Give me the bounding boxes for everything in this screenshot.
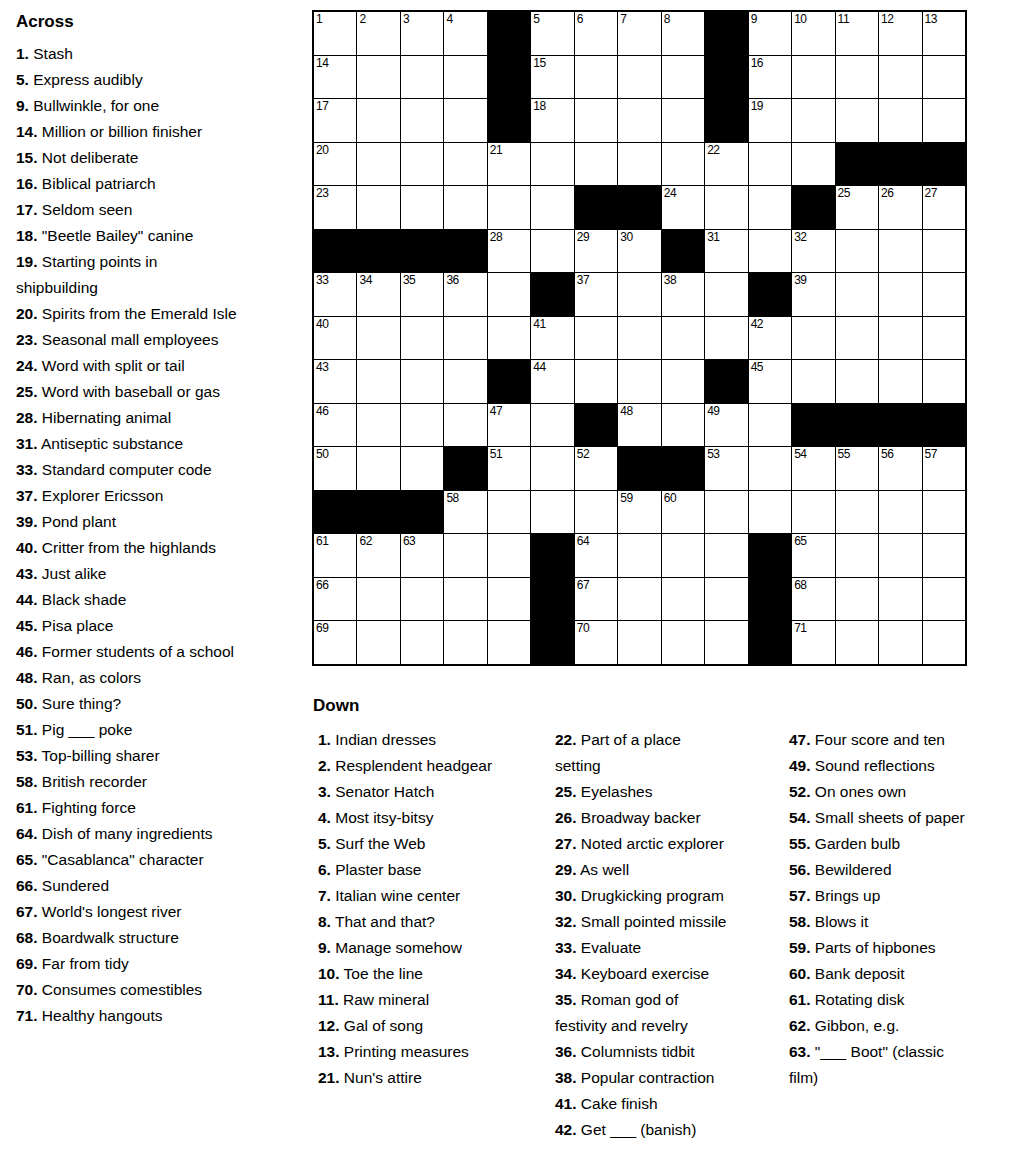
clue-number: 54. bbox=[789, 809, 811, 826]
clue-item: 46. Former students of a school bbox=[16, 639, 316, 665]
clue-number: 10. bbox=[318, 965, 340, 982]
grid-cell[interactable] bbox=[749, 143, 791, 186]
clue-item: 5. Surf the Web bbox=[318, 831, 546, 857]
grid-cell[interactable]: 28 bbox=[488, 230, 530, 273]
grid-cell[interactable] bbox=[401, 447, 443, 490]
grid-cell[interactable]: 45 bbox=[749, 360, 791, 403]
grid-cell[interactable] bbox=[923, 99, 965, 142]
grid-cell[interactable]: 29 bbox=[575, 230, 617, 273]
grid-cell[interactable] bbox=[705, 186, 747, 229]
grid-cell[interactable]: 14 bbox=[314, 56, 356, 99]
grid-cell[interactable] bbox=[618, 99, 660, 142]
clue-item: 67. World's longest river bbox=[16, 899, 316, 925]
grid-cell[interactable]: 32 bbox=[792, 230, 834, 273]
grid-cell[interactable] bbox=[444, 56, 486, 99]
clue-number: 40. bbox=[16, 539, 38, 556]
grid-cell[interactable]: 64 bbox=[575, 534, 617, 577]
black-cell bbox=[705, 360, 747, 403]
grid-cell[interactable] bbox=[401, 56, 443, 99]
grid-cell[interactable] bbox=[836, 621, 878, 664]
grid-cell[interactable] bbox=[923, 621, 965, 664]
grid-cell[interactable]: 12 bbox=[879, 12, 921, 55]
black-cell bbox=[531, 534, 573, 577]
grid-cell[interactable]: 70 bbox=[575, 621, 617, 664]
grid-cell[interactable] bbox=[836, 273, 878, 316]
grid-cell[interactable] bbox=[618, 143, 660, 186]
grid-cell[interactable]: 66 bbox=[314, 578, 356, 621]
grid-cell[interactable]: 71 bbox=[792, 621, 834, 664]
clue-number: 38. bbox=[555, 1069, 577, 1086]
grid-cell[interactable] bbox=[923, 230, 965, 273]
grid-cell[interactable] bbox=[836, 230, 878, 273]
grid-cell[interactable] bbox=[923, 56, 965, 99]
grid-cell[interactable] bbox=[488, 317, 530, 360]
cell-number: 33 bbox=[316, 273, 328, 287]
clue-number: 26. bbox=[555, 809, 577, 826]
cell-number: 14 bbox=[316, 56, 328, 70]
cell-number: 18 bbox=[533, 99, 545, 113]
clue-number: 14. bbox=[16, 123, 38, 140]
grid-cell[interactable]: 1 bbox=[314, 12, 356, 55]
grid-cell[interactable] bbox=[618, 317, 660, 360]
grid-cell[interactable] bbox=[792, 143, 834, 186]
grid-cell[interactable] bbox=[879, 230, 921, 273]
grid-cell[interactable] bbox=[357, 143, 399, 186]
cell-number: 51 bbox=[490, 447, 502, 461]
grid-cell[interactable] bbox=[357, 621, 399, 664]
grid-cell[interactable]: 41 bbox=[531, 317, 573, 360]
grid-cell[interactable] bbox=[749, 230, 791, 273]
grid-cell[interactable] bbox=[575, 99, 617, 142]
grid-cell[interactable] bbox=[879, 317, 921, 360]
grid-cell[interactable] bbox=[618, 621, 660, 664]
grid-cell[interactable]: 39 bbox=[792, 273, 834, 316]
cell-number: 52 bbox=[577, 447, 589, 461]
grid-cell[interactable] bbox=[879, 273, 921, 316]
grid-cell[interactable]: 17 bbox=[314, 99, 356, 142]
black-cell bbox=[792, 186, 834, 229]
cell-number: 60 bbox=[664, 491, 676, 505]
grid-cell[interactable]: 50 bbox=[314, 447, 356, 490]
black-cell bbox=[314, 491, 356, 534]
grid-cell[interactable] bbox=[749, 447, 791, 490]
clue-number: 32. bbox=[555, 913, 577, 930]
grid-cell[interactable] bbox=[705, 621, 747, 664]
grid-cell[interactable] bbox=[836, 360, 878, 403]
grid-cell[interactable]: 21 bbox=[488, 143, 530, 186]
clue-item: 4. Most itsy-bitsy bbox=[318, 805, 546, 831]
clue-number: 12. bbox=[318, 1017, 340, 1034]
grid-cell[interactable] bbox=[836, 534, 878, 577]
grid-cell[interactable]: 15 bbox=[531, 56, 573, 99]
grid-cell[interactable]: 30 bbox=[618, 230, 660, 273]
grid-cell[interactable]: 63 bbox=[401, 534, 443, 577]
black-cell bbox=[314, 230, 356, 273]
black-cell bbox=[401, 230, 443, 273]
grid-cell[interactable]: 69 bbox=[314, 621, 356, 664]
clue-item: 64. Dish of many ingredients bbox=[16, 821, 316, 847]
grid-cell[interactable]: 27 bbox=[923, 186, 965, 229]
grid-cell[interactable] bbox=[662, 317, 704, 360]
grid-cell[interactable]: 61 bbox=[314, 534, 356, 577]
cell-number: 44 bbox=[533, 360, 545, 374]
grid-cell[interactable]: 25 bbox=[836, 186, 878, 229]
grid-cell[interactable] bbox=[923, 273, 965, 316]
grid-cell[interactable]: 13 bbox=[923, 12, 965, 55]
grid-cell[interactable] bbox=[705, 578, 747, 621]
down-header: Down bbox=[313, 696, 359, 716]
across-clue-list: 1. Stash5. Express audibly9. Bullwinkle,… bbox=[16, 41, 316, 1029]
grid-cell[interactable] bbox=[879, 360, 921, 403]
grid-cell[interactable] bbox=[879, 491, 921, 534]
grid-cell[interactable] bbox=[705, 273, 747, 316]
clue-number: 20. bbox=[16, 305, 38, 322]
grid-cell[interactable] bbox=[531, 186, 573, 229]
grid-cell[interactable] bbox=[792, 56, 834, 99]
grid-cell[interactable] bbox=[923, 491, 965, 534]
grid-cell[interactable] bbox=[662, 578, 704, 621]
grid-cell[interactable]: 5 bbox=[531, 12, 573, 55]
grid-cell[interactable]: 19 bbox=[749, 99, 791, 142]
clue-item: 58. Blows it bbox=[789, 909, 1014, 935]
grid-cell[interactable] bbox=[618, 360, 660, 403]
grid-cell[interactable] bbox=[879, 56, 921, 99]
clue-number: 52. bbox=[789, 783, 811, 800]
grid-cell[interactable]: 23 bbox=[314, 186, 356, 229]
grid-cell[interactable]: 38 bbox=[662, 273, 704, 316]
grid-cell[interactable] bbox=[401, 317, 443, 360]
grid-cell[interactable] bbox=[618, 534, 660, 577]
grid-cell[interactable] bbox=[444, 360, 486, 403]
clue-item: 18. "Beetle Bailey" canine bbox=[16, 223, 316, 249]
grid-cell[interactable]: 65 bbox=[792, 534, 834, 577]
clue-item: 44. Black shade bbox=[16, 587, 316, 613]
grid-cell[interactable] bbox=[357, 317, 399, 360]
clue-item: 62. Gibbon, e.g. bbox=[789, 1013, 1014, 1039]
grid-cell[interactable] bbox=[401, 621, 443, 664]
grid-cell[interactable]: 68 bbox=[792, 578, 834, 621]
grid-cell[interactable]: 52 bbox=[575, 447, 617, 490]
grid-cell[interactable] bbox=[488, 273, 530, 316]
black-cell bbox=[444, 447, 486, 490]
grid-cell[interactable]: 9 bbox=[749, 12, 791, 55]
clue-item: 23. Seasonal mall employees bbox=[16, 327, 316, 353]
grid-cell[interactable] bbox=[879, 621, 921, 664]
grid-cell[interactable]: 35 bbox=[401, 273, 443, 316]
clue-item: 33. Standard computer code bbox=[16, 457, 316, 483]
grid-cell[interactable] bbox=[444, 143, 486, 186]
grid-cell[interactable] bbox=[444, 404, 486, 447]
cell-number: 6 bbox=[577, 12, 583, 26]
grid-cell[interactable]: 43 bbox=[314, 360, 356, 403]
grid-cell[interactable] bbox=[401, 99, 443, 142]
grid-cell[interactable]: 46 bbox=[314, 404, 356, 447]
clue-number: 66. bbox=[16, 877, 38, 894]
cell-number: 10 bbox=[794, 12, 806, 26]
grid-cell[interactable]: 6 bbox=[575, 12, 617, 55]
clue-item: 40. Critter from the highlands bbox=[16, 535, 316, 561]
clue-item: 45. Pisa place bbox=[16, 613, 316, 639]
grid-cell[interactable] bbox=[531, 491, 573, 534]
grid-cell[interactable]: 22 bbox=[705, 143, 747, 186]
grid-cell[interactable] bbox=[575, 360, 617, 403]
grid-cell[interactable] bbox=[923, 534, 965, 577]
grid-cell[interactable] bbox=[401, 143, 443, 186]
grid-cell[interactable]: 53 bbox=[705, 447, 747, 490]
grid-cell[interactable]: 10 bbox=[792, 12, 834, 55]
grid-cell[interactable] bbox=[662, 404, 704, 447]
grid-cell[interactable]: 60 bbox=[662, 491, 704, 534]
grid-cell[interactable]: 2 bbox=[357, 12, 399, 55]
grid-cell[interactable] bbox=[531, 447, 573, 490]
grid-cell[interactable] bbox=[575, 491, 617, 534]
cell-number: 24 bbox=[664, 186, 676, 200]
clue-number: 60. bbox=[789, 965, 811, 982]
grid-cell[interactable]: 49 bbox=[705, 404, 747, 447]
clue-item: 34. Keyboard exercise bbox=[555, 961, 773, 987]
black-cell bbox=[618, 447, 660, 490]
grid-cell[interactable] bbox=[836, 99, 878, 142]
grid-cell[interactable] bbox=[662, 99, 704, 142]
clue-number: 67. bbox=[16, 903, 38, 920]
clue-number: 1. bbox=[16, 45, 29, 62]
grid-cell[interactable] bbox=[357, 360, 399, 403]
cell-number: 21 bbox=[490, 143, 502, 157]
grid-cell[interactable] bbox=[531, 230, 573, 273]
clue-item: 39. Pond plant bbox=[16, 509, 316, 535]
grid-cell[interactable] bbox=[923, 578, 965, 621]
grid-cell[interactable]: 36 bbox=[444, 273, 486, 316]
grid-cell[interactable] bbox=[749, 404, 791, 447]
clue-number: 42. bbox=[555, 1121, 577, 1138]
clue-item: 24. Word with split or tail bbox=[16, 353, 316, 379]
grid-cell[interactable] bbox=[705, 491, 747, 534]
grid-cell[interactable]: 18 bbox=[531, 99, 573, 142]
grid-cell[interactable] bbox=[662, 360, 704, 403]
clue-item: 63. "___ Boot" (classic film) bbox=[789, 1039, 1014, 1091]
black-cell bbox=[357, 491, 399, 534]
clue-item: 15. Not deliberate bbox=[16, 145, 316, 171]
across-header: Across bbox=[16, 12, 316, 32]
grid-cell[interactable]: 57 bbox=[923, 447, 965, 490]
grid-cell[interactable]: 59 bbox=[618, 491, 660, 534]
grid-cell[interactable] bbox=[401, 404, 443, 447]
clue-number: 15. bbox=[16, 149, 38, 166]
cell-number: 50 bbox=[316, 447, 328, 461]
grid-cell[interactable] bbox=[357, 404, 399, 447]
clue-number: 51. bbox=[16, 721, 38, 738]
grid-cell[interactable] bbox=[836, 56, 878, 99]
grid-cell[interactable]: 31 bbox=[705, 230, 747, 273]
grid-cell[interactable]: 48 bbox=[618, 404, 660, 447]
grid-cell[interactable] bbox=[575, 56, 617, 99]
grid-cell[interactable] bbox=[749, 491, 791, 534]
grid-cell[interactable] bbox=[879, 99, 921, 142]
grid-cell[interactable] bbox=[662, 621, 704, 664]
clue-item: 56. Bewildered bbox=[789, 857, 1014, 883]
grid-cell[interactable] bbox=[488, 534, 530, 577]
grid-cell[interactable] bbox=[488, 578, 530, 621]
clue-number: 63. bbox=[789, 1043, 811, 1060]
grid-cell[interactable]: 34 bbox=[357, 273, 399, 316]
black-cell bbox=[531, 621, 573, 664]
cell-number: 27 bbox=[925, 186, 937, 200]
cell-number: 26 bbox=[881, 186, 893, 200]
grid-cell[interactable]: 67 bbox=[575, 578, 617, 621]
grid-cell[interactable]: 47 bbox=[488, 404, 530, 447]
clue-number: 57. bbox=[789, 887, 811, 904]
cell-number: 42 bbox=[751, 317, 763, 331]
grid-cell[interactable] bbox=[575, 317, 617, 360]
clue-number: 50. bbox=[16, 695, 38, 712]
grid-cell[interactable]: 24 bbox=[662, 186, 704, 229]
clue-number: 21. bbox=[318, 1069, 340, 1086]
grid-cell[interactable] bbox=[836, 578, 878, 621]
clue-item: 12. Gal of song bbox=[318, 1013, 546, 1039]
grid-cell[interactable] bbox=[792, 317, 834, 360]
grid-cell[interactable]: 58 bbox=[444, 491, 486, 534]
clue-item: 14. Million or billion finisher bbox=[16, 119, 316, 145]
grid-cell[interactable]: 37 bbox=[575, 273, 617, 316]
grid-cell[interactable]: 3 bbox=[401, 12, 443, 55]
clue-number: 43. bbox=[16, 565, 38, 582]
clue-number: 1. bbox=[318, 731, 331, 748]
grid-cell[interactable] bbox=[531, 404, 573, 447]
grid-cell[interactable]: 56 bbox=[879, 447, 921, 490]
cell-number: 66 bbox=[316, 578, 328, 592]
clue-item: 51. Pig ___ poke bbox=[16, 717, 316, 743]
grid-cell[interactable] bbox=[662, 534, 704, 577]
clue-number: 65. bbox=[16, 851, 38, 868]
black-cell bbox=[662, 230, 704, 273]
grid-cell[interactable] bbox=[879, 534, 921, 577]
grid-cell[interactable]: 8 bbox=[662, 12, 704, 55]
grid-cell[interactable] bbox=[401, 186, 443, 229]
grid-cell[interactable] bbox=[444, 186, 486, 229]
grid-cell[interactable] bbox=[357, 447, 399, 490]
black-cell bbox=[444, 230, 486, 273]
cell-number: 4 bbox=[446, 12, 452, 26]
clue-item: 58. British recorder bbox=[16, 769, 316, 795]
grid-cell[interactable] bbox=[879, 578, 921, 621]
clue-item: 52. On ones own bbox=[789, 779, 1014, 805]
black-cell bbox=[357, 230, 399, 273]
clue-number: 33. bbox=[16, 461, 38, 478]
grid-cell[interactable]: 33 bbox=[314, 273, 356, 316]
cell-number: 45 bbox=[751, 360, 763, 374]
grid-cell[interactable] bbox=[357, 578, 399, 621]
grid-cell[interactable] bbox=[792, 360, 834, 403]
cell-number: 37 bbox=[577, 273, 589, 287]
grid-cell[interactable] bbox=[444, 99, 486, 142]
grid-cell[interactable] bbox=[618, 273, 660, 316]
cell-number: 31 bbox=[707, 230, 719, 244]
grid-cell[interactable] bbox=[357, 99, 399, 142]
grid-cell[interactable]: 54 bbox=[792, 447, 834, 490]
black-cell bbox=[488, 360, 530, 403]
clue-number: 70. bbox=[16, 981, 38, 998]
grid-cell[interactable]: 42 bbox=[749, 317, 791, 360]
grid-cell[interactable] bbox=[444, 534, 486, 577]
grid-cell[interactable]: 62 bbox=[357, 534, 399, 577]
cell-number: 54 bbox=[794, 447, 806, 461]
grid-cell[interactable]: 16 bbox=[749, 56, 791, 99]
grid-cell[interactable]: 4 bbox=[444, 12, 486, 55]
grid-cell[interactable] bbox=[705, 317, 747, 360]
clue-number: 9. bbox=[318, 939, 331, 956]
grid-cell[interactable] bbox=[705, 534, 747, 577]
grid-cell[interactable] bbox=[357, 56, 399, 99]
cell-number: 20 bbox=[316, 143, 328, 157]
black-cell bbox=[879, 143, 921, 186]
black-cell bbox=[705, 56, 747, 99]
grid-cell[interactable] bbox=[401, 360, 443, 403]
clue-number: 41. bbox=[555, 1095, 577, 1112]
grid-cell[interactable] bbox=[444, 317, 486, 360]
black-cell bbox=[575, 186, 617, 229]
grid-cell[interactable] bbox=[662, 56, 704, 99]
grid-cell[interactable] bbox=[488, 621, 530, 664]
clue-number: 2. bbox=[318, 757, 331, 774]
grid-cell[interactable] bbox=[923, 360, 965, 403]
cell-number: 25 bbox=[838, 186, 850, 200]
grid-cell[interactable]: 20 bbox=[314, 143, 356, 186]
grid-cell[interactable] bbox=[488, 186, 530, 229]
grid-cell[interactable]: 11 bbox=[836, 12, 878, 55]
grid-cell[interactable]: 26 bbox=[879, 186, 921, 229]
grid-cell[interactable] bbox=[792, 99, 834, 142]
grid-cell[interactable]: 51 bbox=[488, 447, 530, 490]
grid-cell[interactable] bbox=[575, 143, 617, 186]
grid-cell[interactable] bbox=[792, 491, 834, 534]
grid-cell[interactable]: 7 bbox=[618, 12, 660, 55]
grid-cell[interactable]: 40 bbox=[314, 317, 356, 360]
black-cell bbox=[488, 12, 530, 55]
grid-cell[interactable] bbox=[401, 578, 443, 621]
grid-cell[interactable] bbox=[357, 186, 399, 229]
grid-cell[interactable] bbox=[662, 143, 704, 186]
cell-number: 58 bbox=[446, 491, 458, 505]
grid-cell[interactable]: 55 bbox=[836, 447, 878, 490]
grid-cell[interactable] bbox=[749, 186, 791, 229]
grid-cell[interactable] bbox=[836, 317, 878, 360]
cell-number: 17 bbox=[316, 99, 328, 113]
clue-item: 1. Indian dresses bbox=[318, 727, 546, 753]
clue-number: 46. bbox=[16, 643, 38, 660]
grid-cell[interactable] bbox=[618, 56, 660, 99]
grid-cell[interactable] bbox=[444, 621, 486, 664]
clue-item: 7. Italian wine center bbox=[318, 883, 546, 909]
cell-number: 67 bbox=[577, 578, 589, 592]
grid-cell[interactable] bbox=[836, 491, 878, 534]
clue-number: 45. bbox=[16, 617, 38, 634]
cell-number: 2 bbox=[359, 12, 365, 26]
cell-number: 49 bbox=[707, 404, 719, 418]
grid-cell[interactable]: 44 bbox=[531, 360, 573, 403]
grid-cell[interactable] bbox=[444, 578, 486, 621]
clue-number: 25. bbox=[555, 783, 577, 800]
grid-cell[interactable] bbox=[488, 491, 530, 534]
grid-cell[interactable] bbox=[618, 578, 660, 621]
clue-number: 47. bbox=[789, 731, 811, 748]
cell-number: 59 bbox=[620, 491, 632, 505]
grid-cell[interactable] bbox=[923, 317, 965, 360]
clue-number: 8. bbox=[318, 913, 331, 930]
clue-item: 31. Antiseptic substance bbox=[16, 431, 316, 457]
clue-number: 56. bbox=[789, 861, 811, 878]
grid-cell[interactable] bbox=[531, 143, 573, 186]
clue-item: 36. Columnists tidbit bbox=[555, 1039, 773, 1065]
